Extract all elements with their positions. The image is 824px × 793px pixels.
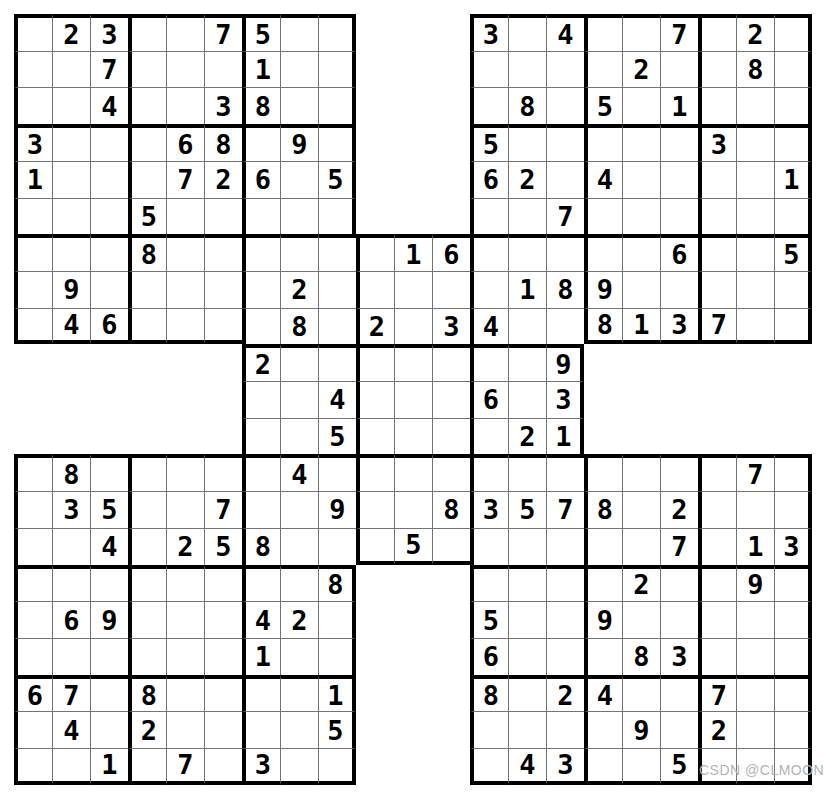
empty-cell-r3c1[interactable] — [14, 87, 52, 124]
empty-cell-r11c11[interactable] — [394, 381, 432, 418]
empty-cell-r2c16[interactable] — [584, 51, 622, 88]
empty-cell-r6c17[interactable] — [622, 198, 660, 235]
empty-cell-r8c4[interactable] — [128, 271, 166, 308]
empty-cell-r1c1[interactable] — [14, 14, 52, 51]
void-area — [660, 418, 698, 455]
empty-cell-r13c13[interactable] — [470, 454, 508, 491]
given-digit-r14c18: 2 — [660, 491, 698, 528]
empty-cell-r8c11[interactable] — [394, 271, 432, 308]
empty-cell-r5c4[interactable] — [128, 161, 166, 198]
void-area — [394, 601, 432, 638]
empty-cell-r18c1[interactable] — [14, 638, 52, 675]
empty-cell-r13c18[interactable] — [660, 454, 698, 491]
empty-cell-r4c21[interactable] — [774, 124, 812, 161]
empty-cell-r18c6[interactable] — [204, 638, 242, 675]
void-area — [432, 638, 470, 675]
empty-cell-r19c5[interactable] — [166, 675, 204, 712]
empty-cell-r8c17[interactable] — [622, 271, 660, 308]
empty-cell-r19c18[interactable] — [660, 675, 698, 712]
empty-cell-r13c11[interactable] — [394, 454, 432, 491]
empty-cell-r20c1[interactable] — [14, 711, 52, 748]
empty-cell-r7c20[interactable] — [736, 234, 774, 271]
empty-cell-r17c18[interactable] — [660, 601, 698, 638]
empty-cell-r21c4[interactable] — [128, 748, 166, 785]
empty-cell-r19c17[interactable] — [622, 675, 660, 712]
empty-cell-r4c14[interactable] — [508, 124, 546, 161]
empty-cell-r5c18[interactable] — [660, 161, 698, 198]
empty-cell-r3c15[interactable] — [546, 87, 584, 124]
empty-cell-r17c5[interactable] — [166, 601, 204, 638]
given-digit-r3c16: 5 — [584, 87, 622, 124]
void-area — [432, 124, 470, 161]
empty-cell-r14c7[interactable] — [242, 491, 280, 528]
empty-cell-r20c14[interactable] — [508, 711, 546, 748]
empty-cell-r16c1[interactable] — [14, 565, 52, 602]
empty-cell-r12c7[interactable] — [242, 418, 280, 455]
empty-cell-r1c14[interactable] — [508, 14, 546, 51]
empty-cell-r6c8[interactable] — [280, 198, 318, 235]
empty-cell-r2c13[interactable] — [470, 51, 508, 88]
empty-cell-r8c19[interactable] — [698, 271, 736, 308]
empty-cell-r12c13[interactable] — [470, 418, 508, 455]
empty-cell-r2c15[interactable] — [546, 51, 584, 88]
empty-cell-r8c3[interactable] — [90, 271, 128, 308]
given-digit-r9c16: 8 — [584, 308, 622, 345]
empty-cell-r16c13[interactable] — [470, 565, 508, 602]
void-area — [204, 381, 242, 418]
empty-cell-r21c17[interactable] — [622, 748, 660, 785]
empty-cell-r11c10[interactable] — [356, 381, 394, 418]
empty-cell-r7c5[interactable] — [166, 234, 204, 271]
empty-cell-r3c20[interactable] — [736, 87, 774, 124]
empty-cell-r8c7[interactable] — [242, 271, 280, 308]
empty-cell-r6c1[interactable] — [14, 198, 52, 235]
empty-cell-r21c13[interactable] — [470, 748, 508, 785]
empty-cell-r20c21[interactable] — [774, 711, 812, 748]
void-area — [166, 344, 204, 381]
empty-cell-r13c19[interactable] — [698, 454, 736, 491]
given-digit-r7c11: 1 — [394, 234, 432, 271]
empty-cell-r15c2[interactable] — [52, 528, 90, 565]
empty-cell-r13c1[interactable] — [14, 454, 52, 491]
empty-cell-r3c21[interactable] — [774, 87, 812, 124]
empty-cell-r2c19[interactable] — [698, 51, 736, 88]
empty-cell-r19c6[interactable] — [204, 675, 242, 712]
empty-cell-r18c20[interactable] — [736, 638, 774, 675]
empty-cell-r4c20[interactable] — [736, 124, 774, 161]
empty-cell-r18c9[interactable] — [318, 638, 356, 675]
empty-cell-r6c7[interactable] — [242, 198, 280, 235]
empty-cell-r4c7[interactable] — [242, 124, 280, 161]
empty-cell-r15c4[interactable] — [128, 528, 166, 565]
empty-cell-r2c6[interactable] — [204, 51, 242, 88]
given-digit-r2c3: 7 — [90, 51, 128, 88]
empty-cell-r7c13[interactable] — [470, 234, 508, 271]
given-digit-r18c18: 3 — [660, 638, 698, 675]
empty-cell-r15c14[interactable] — [508, 528, 546, 565]
empty-cell-r16c21[interactable] — [774, 565, 812, 602]
empty-cell-r1c4[interactable] — [128, 14, 166, 51]
empty-cell-r5c19[interactable] — [698, 161, 736, 198]
empty-cell-r8c18[interactable] — [660, 271, 698, 308]
empty-cell-r14c11[interactable] — [394, 491, 432, 528]
empty-cell-r4c3[interactable] — [90, 124, 128, 161]
empty-cell-r6c3[interactable] — [90, 198, 128, 235]
empty-cell-r6c13[interactable] — [470, 198, 508, 235]
empty-cell-r2c9[interactable] — [318, 51, 356, 88]
empty-cell-r12c8[interactable] — [280, 418, 318, 455]
empty-cell-r7c16[interactable] — [584, 234, 622, 271]
empty-cell-r2c5[interactable] — [166, 51, 204, 88]
empty-cell-r6c6[interactable] — [204, 198, 242, 235]
empty-cell-r8c20[interactable] — [736, 271, 774, 308]
empty-cell-r15c1[interactable] — [14, 528, 52, 565]
empty-cell-r8c13[interactable] — [470, 271, 508, 308]
given-digit-r9c12: 3 — [432, 308, 470, 345]
empty-cell-r17c19[interactable] — [698, 601, 736, 638]
empty-cell-r10c14[interactable] — [508, 344, 546, 381]
empty-cell-r16c8[interactable] — [280, 565, 318, 602]
empty-cell-r14c5[interactable] — [166, 491, 204, 528]
empty-cell-r8c10[interactable] — [356, 271, 394, 308]
void-area — [584, 418, 622, 455]
empty-cell-r6c16[interactable] — [584, 198, 622, 235]
empty-cell-r4c4[interactable] — [128, 124, 166, 161]
empty-cell-r3c5[interactable] — [166, 87, 204, 124]
empty-cell-r10c8[interactable] — [280, 344, 318, 381]
empty-cell-r3c8[interactable] — [280, 87, 318, 124]
empty-cell-r9c6[interactable] — [204, 308, 242, 345]
empty-cell-r2c2[interactable] — [52, 51, 90, 88]
empty-cell-r13c9[interactable] — [318, 454, 356, 491]
empty-cell-r12c11[interactable] — [394, 418, 432, 455]
empty-cell-r1c8[interactable] — [280, 14, 318, 51]
empty-cell-r20c3[interactable] — [90, 711, 128, 748]
void-area — [622, 418, 660, 455]
empty-cell-r16c2[interactable] — [52, 565, 90, 602]
empty-cell-r4c16[interactable] — [584, 124, 622, 161]
given-digit-r14c13: 3 — [470, 491, 508, 528]
given-digit-r9c17: 1 — [622, 308, 660, 345]
empty-cell-r10c11[interactable] — [394, 344, 432, 381]
empty-cell-r9c21[interactable] — [774, 308, 812, 345]
given-digit-r4c5: 6 — [166, 124, 204, 161]
empty-cell-r8c1[interactable] — [14, 271, 52, 308]
empty-cell-r18c5[interactable] — [166, 638, 204, 675]
empty-cell-r15c12[interactable] — [432, 528, 470, 565]
empty-cell-r7c2[interactable] — [52, 234, 90, 271]
empty-cell-r1c16[interactable] — [584, 14, 622, 51]
empty-cell-r17c4[interactable] — [128, 601, 166, 638]
empty-cell-r16c6[interactable] — [204, 565, 242, 602]
empty-cell-r6c19[interactable] — [698, 198, 736, 235]
empty-cell-r1c19[interactable] — [698, 14, 736, 51]
empty-cell-r14c4[interactable] — [128, 491, 166, 528]
empty-cell-r11c14[interactable] — [508, 381, 546, 418]
given-digit-r15c3: 4 — [90, 528, 128, 565]
empty-cell-r6c9[interactable] — [318, 198, 356, 235]
empty-cell-r20c15[interactable] — [546, 711, 584, 748]
empty-cell-r16c5[interactable] — [166, 565, 204, 602]
given-digit-r5c21: 1 — [774, 161, 812, 198]
empty-cell-r2c1[interactable] — [14, 51, 52, 88]
void-area — [394, 198, 432, 235]
given-digit-r14c15: 7 — [546, 491, 584, 528]
empty-cell-r6c21[interactable] — [774, 198, 812, 235]
empty-cell-r13c10[interactable] — [356, 454, 394, 491]
void-area — [432, 675, 470, 712]
empty-cell-r21c2[interactable] — [52, 748, 90, 785]
empty-cell-r2c18[interactable] — [660, 51, 698, 88]
empty-cell-r20c7[interactable] — [242, 711, 280, 748]
empty-cell-r9c14[interactable] — [508, 308, 546, 345]
empty-cell-r11c12[interactable] — [432, 381, 470, 418]
empty-cell-r11c7[interactable] — [242, 381, 280, 418]
empty-cell-r3c19[interactable] — [698, 87, 736, 124]
empty-cell-r7c3[interactable] — [90, 234, 128, 271]
empty-cell-r8c6[interactable] — [204, 271, 242, 308]
empty-cell-r10c12[interactable] — [432, 344, 470, 381]
empty-cell-r5c15[interactable] — [546, 161, 584, 198]
empty-cell-r18c21[interactable] — [774, 638, 812, 675]
empty-cell-r18c16[interactable] — [584, 638, 622, 675]
empty-cell-r5c2[interactable] — [52, 161, 90, 198]
empty-cell-r8c5[interactable] — [166, 271, 204, 308]
given-digit-r1c18: 7 — [660, 14, 698, 51]
empty-cell-r20c5[interactable] — [166, 711, 204, 748]
empty-cell-r13c12[interactable] — [432, 454, 470, 491]
empty-cell-r20c8[interactable] — [280, 711, 318, 748]
empty-cell-r13c5[interactable] — [166, 454, 204, 491]
empty-cell-r15c13[interactable] — [470, 528, 508, 565]
empty-cell-r21c6[interactable] — [204, 748, 242, 785]
empty-cell-r14c19[interactable] — [698, 491, 736, 528]
given-digit-r13c2: 8 — [52, 454, 90, 491]
void-area — [166, 418, 204, 455]
empty-cell-r14c20[interactable] — [736, 491, 774, 528]
empty-cell-r18c19[interactable] — [698, 638, 736, 675]
empty-cell-r18c8[interactable] — [280, 638, 318, 675]
given-digit-r7c21: 5 — [774, 234, 812, 271]
empty-cell-r8c9[interactable] — [318, 271, 356, 308]
empty-cell-r18c4[interactable] — [128, 638, 166, 675]
empty-cell-r13c7[interactable] — [242, 454, 280, 491]
empty-cell-r1c5[interactable] — [166, 14, 204, 51]
empty-cell-r13c14[interactable] — [508, 454, 546, 491]
empty-cell-r12c10[interactable] — [356, 418, 394, 455]
given-digit-r19c16: 4 — [584, 675, 622, 712]
empty-cell-r8c21[interactable] — [774, 271, 812, 308]
empty-cell-r10c13[interactable] — [470, 344, 508, 381]
empty-cell-r9c1[interactable] — [14, 308, 52, 345]
empty-cell-r16c18[interactable] — [660, 565, 698, 602]
given-digit-r17c16: 9 — [584, 601, 622, 638]
empty-cell-r13c21[interactable] — [774, 454, 812, 491]
empty-cell-r7c7[interactable] — [242, 234, 280, 271]
empty-cell-r7c17[interactable] — [622, 234, 660, 271]
given-digit-r12c14: 2 — [508, 418, 546, 455]
empty-cell-r15c8[interactable] — [280, 528, 318, 565]
empty-cell-r7c10[interactable] — [356, 234, 394, 271]
empty-cell-r15c17[interactable] — [622, 528, 660, 565]
empty-cell-r20c20[interactable] — [736, 711, 774, 748]
empty-cell-r5c3[interactable] — [90, 161, 128, 198]
empty-cell-r7c14[interactable] — [508, 234, 546, 271]
empty-cell-r17c21[interactable] — [774, 601, 812, 638]
empty-cell-r21c1[interactable] — [14, 748, 52, 785]
empty-cell-r21c9[interactable] — [318, 748, 356, 785]
empty-cell-r7c9[interactable] — [318, 234, 356, 271]
empty-cell-r13c15[interactable] — [546, 454, 584, 491]
empty-cell-r13c3[interactable] — [90, 454, 128, 491]
empty-cell-r17c15[interactable] — [546, 601, 584, 638]
given-digit-r14c2: 3 — [52, 491, 90, 528]
empty-cell-r10c9[interactable] — [318, 344, 356, 381]
empty-cell-r4c15[interactable] — [546, 124, 584, 161]
empty-cell-r10c10[interactable] — [356, 344, 394, 381]
void-area — [356, 711, 394, 748]
empty-cell-r3c13[interactable] — [470, 87, 508, 124]
empty-cell-r1c21[interactable] — [774, 14, 812, 51]
empty-cell-r3c2[interactable] — [52, 87, 90, 124]
empty-cell-r17c20[interactable] — [736, 601, 774, 638]
empty-cell-r17c9[interactable] — [318, 601, 356, 638]
empty-cell-r7c8[interactable] — [280, 234, 318, 271]
empty-cell-r21c16[interactable] — [584, 748, 622, 785]
empty-cell-r2c14[interactable] — [508, 51, 546, 88]
empty-cell-r20c13[interactable] — [470, 711, 508, 748]
empty-cell-r2c8[interactable] — [280, 51, 318, 88]
void-area — [128, 418, 166, 455]
empty-cell-r9c5[interactable] — [166, 308, 204, 345]
void-area — [774, 418, 812, 455]
empty-cell-r13c16[interactable] — [584, 454, 622, 491]
empty-cell-r3c9[interactable] — [318, 87, 356, 124]
empty-cell-r14c21[interactable] — [774, 491, 812, 528]
empty-cell-r20c16[interactable] — [584, 711, 622, 748]
empty-cell-r16c16[interactable] — [584, 565, 622, 602]
empty-cell-r6c14[interactable] — [508, 198, 546, 235]
empty-cell-r17c17[interactable] — [622, 601, 660, 638]
given-digit-r12c9: 5 — [318, 418, 356, 455]
empty-cell-r6c2[interactable] — [52, 198, 90, 235]
void-area — [432, 161, 470, 198]
empty-cell-r2c4[interactable] — [128, 51, 166, 88]
empty-cell-r2c21[interactable] — [774, 51, 812, 88]
given-digit-r5c14: 2 — [508, 161, 546, 198]
void-area — [394, 711, 432, 748]
empty-cell-r18c15[interactable] — [546, 638, 584, 675]
empty-cell-r18c2[interactable] — [52, 638, 90, 675]
empty-cell-r16c14[interactable] — [508, 565, 546, 602]
empty-cell-r17c14[interactable] — [508, 601, 546, 638]
void-area — [52, 381, 90, 418]
empty-cell-r20c6[interactable] — [204, 711, 242, 748]
empty-cell-r13c6[interactable] — [204, 454, 242, 491]
empty-cell-r5c20[interactable] — [736, 161, 774, 198]
empty-cell-r21c8[interactable] — [280, 748, 318, 785]
void-area — [394, 51, 432, 88]
empty-cell-r17c6[interactable] — [204, 601, 242, 638]
empty-cell-r1c17[interactable] — [622, 14, 660, 51]
empty-cell-r7c15[interactable] — [546, 234, 584, 271]
empty-cell-r19c7[interactable] — [242, 675, 280, 712]
empty-cell-r19c8[interactable] — [280, 675, 318, 712]
empty-cell-r9c20[interactable] — [736, 308, 774, 345]
given-digit-r14c16: 8 — [584, 491, 622, 528]
empty-cell-r15c10[interactable] — [356, 528, 394, 565]
void-area — [584, 344, 622, 381]
empty-cell-r4c9[interactable] — [318, 124, 356, 161]
empty-cell-r18c3[interactable] — [90, 638, 128, 675]
given-digit-r5c9: 5 — [318, 161, 356, 198]
empty-cell-r9c9[interactable] — [318, 308, 356, 345]
empty-cell-r14c1[interactable] — [14, 491, 52, 528]
empty-cell-r6c5[interactable] — [166, 198, 204, 235]
empty-cell-r9c11[interactable] — [394, 308, 432, 345]
empty-cell-r8c12[interactable] — [432, 271, 470, 308]
empty-cell-r18c14[interactable] — [508, 638, 546, 675]
empty-cell-r3c4[interactable] — [128, 87, 166, 124]
empty-cell-r6c20[interactable] — [736, 198, 774, 235]
empty-cell-r5c17[interactable] — [622, 161, 660, 198]
empty-cell-r6c18[interactable] — [660, 198, 698, 235]
empty-cell-r20c18[interactable] — [660, 711, 698, 748]
empty-cell-r7c19[interactable] — [698, 234, 736, 271]
empty-cell-r1c9[interactable] — [318, 14, 356, 51]
empty-cell-r14c8[interactable] — [280, 491, 318, 528]
empty-cell-r16c15[interactable] — [546, 565, 584, 602]
empty-cell-r4c2[interactable] — [52, 124, 90, 161]
empty-cell-r16c4[interactable] — [128, 565, 166, 602]
empty-cell-r16c19[interactable] — [698, 565, 736, 602]
empty-cell-r19c3[interactable] — [90, 675, 128, 712]
empty-cell-r13c4[interactable] — [128, 454, 166, 491]
void-area — [736, 418, 774, 455]
empty-cell-r9c7[interactable] — [242, 308, 280, 345]
empty-cell-r15c9[interactable] — [318, 528, 356, 565]
empty-cell-r9c15[interactable] — [546, 308, 584, 345]
empty-cell-r14c10[interactable] — [356, 491, 394, 528]
empty-cell-r15c16[interactable] — [584, 528, 622, 565]
void-area — [432, 198, 470, 235]
empty-cell-r16c7[interactable] — [242, 565, 280, 602]
empty-cell-r15c15[interactable] — [546, 528, 584, 565]
empty-cell-r19c14[interactable] — [508, 675, 546, 712]
empty-cell-r7c1[interactable] — [14, 234, 52, 271]
empty-cell-r4c17[interactable] — [622, 124, 660, 161]
empty-cell-r5c8[interactable] — [280, 161, 318, 198]
empty-cell-r16c3[interactable] — [90, 565, 128, 602]
empty-cell-r4c18[interactable] — [660, 124, 698, 161]
empty-cell-r7c6[interactable] — [204, 234, 242, 271]
given-digit-r8c16: 9 — [584, 271, 622, 308]
empty-cell-r13c17[interactable] — [622, 454, 660, 491]
empty-cell-r3c17[interactable] — [622, 87, 660, 124]
empty-cell-r19c20[interactable] — [736, 675, 774, 712]
given-digit-r10c15: 9 — [546, 344, 584, 381]
empty-cell-r14c17[interactable] — [622, 491, 660, 528]
empty-cell-r19c21[interactable] — [774, 675, 812, 712]
void-area — [204, 418, 242, 455]
empty-cell-r17c1[interactable] — [14, 601, 52, 638]
void-area — [736, 344, 774, 381]
given-digit-r4c13: 5 — [470, 124, 508, 161]
empty-cell-r12c12[interactable] — [432, 418, 470, 455]
empty-cell-r9c4[interactable] — [128, 308, 166, 345]
empty-cell-r15c19[interactable] — [698, 528, 736, 565]
empty-cell-r11c8[interactable] — [280, 381, 318, 418]
